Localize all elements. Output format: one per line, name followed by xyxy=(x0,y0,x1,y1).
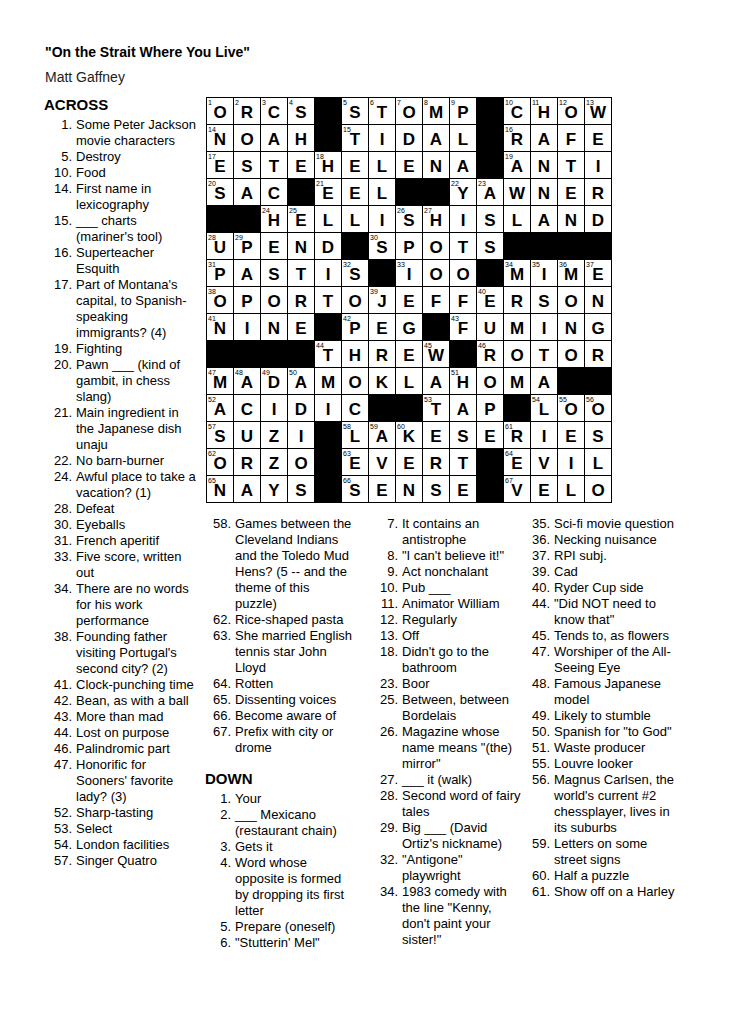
grid-cell[interactable]: E xyxy=(369,314,395,340)
grid-cell[interactable]: 58L xyxy=(342,422,368,448)
grid-cell[interactable]: A xyxy=(234,476,260,502)
across-clues-column: ACROSS 1.Some Peter Jackson movie charac… xyxy=(44,96,196,869)
grid-cell[interactable]: I xyxy=(369,125,395,151)
cell-letter: O xyxy=(207,455,233,472)
clue-text: Eyeballs xyxy=(76,517,196,533)
grid-cell[interactable]: E xyxy=(288,314,314,340)
clue-item: 5.Prepare (oneself) xyxy=(205,919,353,935)
clue-item: 43.More than mad xyxy=(44,709,196,725)
cell-letter: M xyxy=(504,374,530,391)
grid-cell[interactable]: S xyxy=(477,206,503,232)
grid-cell[interactable]: 41N xyxy=(207,314,233,340)
grid-cell[interactable]: H xyxy=(288,125,314,151)
clue-item: 6."Stutterin' Mel" xyxy=(205,935,353,951)
grid-cell[interactable]: T xyxy=(531,341,557,367)
grid-cell[interactable]: N xyxy=(558,206,584,232)
grid-cell[interactable]: S xyxy=(288,476,314,502)
grid-cell[interactable]: A xyxy=(423,125,449,151)
grid-cell[interactable]: E xyxy=(585,125,611,151)
grid-cell[interactable]: 31P xyxy=(207,260,233,286)
cell-letter: H xyxy=(288,131,314,148)
grid-cell[interactable]: 32S xyxy=(342,260,368,286)
cell-letter: S xyxy=(396,212,422,229)
clue-number: 38. xyxy=(44,629,72,677)
grid-cell[interactable]: O xyxy=(423,260,449,286)
grid-cell[interactable]: I xyxy=(261,395,287,421)
clue-text: Bean, as with a ball xyxy=(76,693,196,709)
grid-cell[interactable]: I xyxy=(558,449,584,475)
grid-cell[interactable]: E xyxy=(558,179,584,205)
clue-item: 26.Magazine whose name means "(the) mirr… xyxy=(374,724,522,772)
grid-cell[interactable]: 40E xyxy=(477,287,503,313)
grid-cell[interactable]: E xyxy=(396,287,422,313)
grid-cell[interactable]: A xyxy=(450,152,476,178)
grid-cell[interactable]: 38O xyxy=(207,287,233,313)
clue-text: Your xyxy=(235,791,353,807)
cell-letter: N xyxy=(207,131,233,148)
grid-cell[interactable]: T xyxy=(315,287,341,313)
cell-letter: E xyxy=(585,131,611,148)
grid-cell[interactable]: T xyxy=(288,260,314,286)
grid-cell[interactable]: 65N xyxy=(207,476,233,502)
grid-cell[interactable]: O xyxy=(504,341,530,367)
grid-cell[interactable]: I xyxy=(315,395,341,421)
black-cell xyxy=(315,422,341,448)
cell-letter: A xyxy=(369,428,395,445)
grid-cell[interactable]: 5S xyxy=(342,98,368,124)
grid-cell[interactable]: 29P xyxy=(234,233,260,259)
grid-cell[interactable]: I xyxy=(450,206,476,232)
grid-cell[interactable]: V xyxy=(369,449,395,475)
grid-cell[interactable]: N xyxy=(288,233,314,259)
grid-cell[interactable]: O xyxy=(423,233,449,259)
grid-cell[interactable]: S xyxy=(585,422,611,448)
grid-cell[interactable]: A xyxy=(423,368,449,394)
black-cell xyxy=(288,179,314,205)
grid-cell[interactable]: 37E xyxy=(585,260,611,286)
cell-letter: M xyxy=(558,266,584,283)
cell-letter: I xyxy=(261,401,287,418)
grid-cell[interactable]: 12O xyxy=(558,98,584,124)
grid-cell[interactable]: N xyxy=(531,179,557,205)
clue-number: 6. xyxy=(205,935,231,951)
clue-item: 47.Honorific for Sooners' favorite lady?… xyxy=(44,757,196,805)
clue-text: Some Peter Jackson movie characters xyxy=(76,117,196,149)
grid-cell[interactable]: Z xyxy=(261,449,287,475)
clue-item: 18.Didn't go to the bathroom xyxy=(374,644,522,676)
grid-cell[interactable]: 23A xyxy=(477,179,503,205)
grid-cell[interactable]: 62O xyxy=(207,449,233,475)
grid-cell[interactable]: R xyxy=(585,179,611,205)
clue-item: 27.___ it (walk) xyxy=(374,772,522,788)
grid-cell[interactable]: G xyxy=(585,314,611,340)
cell-letter: L xyxy=(558,482,584,499)
clue-number: 31. xyxy=(44,533,72,549)
grid-cell[interactable]: 48A xyxy=(234,368,260,394)
clue-text: Tends to, as flowers xyxy=(554,628,680,644)
grid-cell[interactable]: 7O xyxy=(396,98,422,124)
grid-cell[interactable]: T xyxy=(558,152,584,178)
clue-text: Worshiper of the All-Seeing Eye xyxy=(554,644,680,676)
grid-cell[interactable]: R xyxy=(234,449,260,475)
cell-letter: S xyxy=(342,104,368,121)
grid-cell[interactable]: O xyxy=(261,287,287,313)
grid-cell[interactable]: L xyxy=(450,125,476,151)
cell-letter: S xyxy=(234,158,260,175)
clue-number: 45. xyxy=(528,628,550,644)
grid-cell[interactable]: E xyxy=(558,422,584,448)
grid-cell[interactable]: 59A xyxy=(369,422,395,448)
cell-letter: O xyxy=(423,239,449,256)
grid-cell[interactable]: 10C xyxy=(504,98,530,124)
grid-cell[interactable]: 44T xyxy=(315,341,341,367)
grid-cell[interactable]: 39J xyxy=(369,287,395,313)
clue-number: 18. xyxy=(374,644,398,676)
grid-cell[interactable]: E xyxy=(531,476,557,502)
grid-cell[interactable]: D xyxy=(585,206,611,232)
clue-number: 1. xyxy=(205,791,231,807)
cell-letter: K xyxy=(369,374,395,391)
grid-cell[interactable]: N xyxy=(423,152,449,178)
grid-cell[interactable]: O xyxy=(288,449,314,475)
grid-cell[interactable]: I xyxy=(531,422,557,448)
clue-number: 3. xyxy=(205,839,231,855)
grid-cell[interactable]: N xyxy=(396,476,422,502)
grid-cell[interactable]: V xyxy=(531,449,557,475)
grid-cell[interactable]: O xyxy=(342,368,368,394)
cell-letter: E xyxy=(288,212,314,229)
clue-text: No barn-burner xyxy=(76,453,196,469)
grid-cell[interactable]: K xyxy=(369,368,395,394)
grid-cell[interactable]: N xyxy=(531,152,557,178)
grid-cell[interactable]: 53T xyxy=(423,395,449,421)
cell-letter: E xyxy=(369,482,395,499)
grid-cell[interactable]: D xyxy=(288,395,314,421)
clue-item: 5.Destroy xyxy=(44,149,196,165)
clue-text: She married English tennis star John Llo… xyxy=(235,628,353,676)
grid-cell[interactable]: 36M xyxy=(558,260,584,286)
grid-cell[interactable]: E xyxy=(342,179,368,205)
cell-letter: H xyxy=(531,104,557,121)
clue-number: 48. xyxy=(528,676,550,708)
cell-letter: A xyxy=(207,401,233,418)
clue-number: 64. xyxy=(205,676,231,692)
grid-cell[interactable]: 20S xyxy=(207,179,233,205)
grid-cell[interactable]: L xyxy=(396,368,422,394)
grid-cell[interactable]: C xyxy=(234,395,260,421)
grid-cell[interactable]: 26S xyxy=(396,206,422,232)
cell-letter: A xyxy=(450,401,476,418)
grid-cell[interactable]: M xyxy=(315,368,341,394)
clue-number: 32. xyxy=(374,852,398,884)
grid-cell[interactable]: O xyxy=(234,125,260,151)
grid-cell[interactable]: I xyxy=(234,314,260,340)
grid-cell[interactable]: 61R xyxy=(504,422,530,448)
black-cell xyxy=(234,341,260,367)
clue-text: Pawn ___ (kind of gambit, in chess slang… xyxy=(76,357,196,405)
black-cell xyxy=(585,368,611,394)
grid-cell[interactable]: 46R xyxy=(477,341,503,367)
grid-cell[interactable]: Z xyxy=(261,422,287,448)
grid-cell[interactable]: 57S xyxy=(207,422,233,448)
grid-cell[interactable]: 47M xyxy=(207,368,233,394)
grid-cell[interactable]: C xyxy=(342,395,368,421)
clue-item: 16.Superteacher Esquith xyxy=(44,245,196,277)
cell-letter: P xyxy=(396,239,422,256)
grid-cell[interactable]: N xyxy=(558,314,584,340)
grid-cell[interactable]: 55O xyxy=(558,395,584,421)
cell-letter: N xyxy=(261,320,287,337)
cell-letter: E xyxy=(342,185,368,202)
grid-cell[interactable]: R xyxy=(504,287,530,313)
across-clue-list-main: 1.Some Peter Jackson movie characters5.D… xyxy=(44,117,196,869)
grid-cell[interactable]: E xyxy=(396,341,422,367)
grid-cell[interactable]: E xyxy=(423,422,449,448)
black-cell xyxy=(369,260,395,286)
grid-cell[interactable]: 27H xyxy=(423,206,449,232)
clue-number: 66. xyxy=(205,708,231,724)
grid-cell[interactable]: R xyxy=(423,449,449,475)
clue-number: 10. xyxy=(44,165,72,181)
grid-cell[interactable]: S xyxy=(261,260,287,286)
grid-cell[interactable]: G xyxy=(396,314,422,340)
grid-cell[interactable]: 64E xyxy=(504,449,530,475)
grid-cell[interactable]: N xyxy=(261,314,287,340)
cell-letter: S xyxy=(585,428,611,445)
grid-cell[interactable]: S xyxy=(477,233,503,259)
grid-cell[interactable]: L xyxy=(369,179,395,205)
cell-letter: E xyxy=(369,320,395,337)
cell-letter: E xyxy=(477,293,503,310)
clue-item: 66.Become aware of xyxy=(205,708,353,724)
grid-cell[interactable]: 2R xyxy=(234,98,260,124)
clue-text: Pub ___ xyxy=(402,580,522,596)
grid-cell[interactable]: I xyxy=(315,260,341,286)
clue-item: 62.Rice-shaped pasta xyxy=(205,612,353,628)
grid-cell[interactable]: I xyxy=(288,422,314,448)
grid-cell[interactable]: R xyxy=(585,341,611,367)
grid-cell[interactable]: 19A xyxy=(504,152,530,178)
grid-cell[interactable]: A xyxy=(531,125,557,151)
grid-cell[interactable]: 1O xyxy=(207,98,233,124)
grid-cell[interactable]: W xyxy=(504,179,530,205)
grid-cell[interactable]: O xyxy=(585,476,611,502)
clue-number: 46. xyxy=(44,741,72,757)
cell-letter: N xyxy=(558,212,584,229)
grid-cell[interactable]: E xyxy=(342,152,368,178)
clue-item: 52.Sharp-tasting xyxy=(44,805,196,821)
black-cell xyxy=(477,476,503,502)
grid-cell[interactable]: S xyxy=(423,476,449,502)
grid-cell[interactable]: E xyxy=(288,152,314,178)
clue-text: ___ Mexicano (restaurant chain) xyxy=(235,807,353,839)
grid-cell[interactable]: E xyxy=(450,476,476,502)
grid-cell[interactable]: 25E xyxy=(288,206,314,232)
cell-letter: H xyxy=(261,212,287,229)
grid-cell[interactable]: 33I xyxy=(396,260,422,286)
clue-number: 43. xyxy=(44,709,72,725)
grid-cell[interactable]: 9P xyxy=(450,98,476,124)
clue-number: 5. xyxy=(205,919,231,935)
grid-cell[interactable]: 16R xyxy=(504,125,530,151)
clue-text: "I can't believe it!" xyxy=(402,548,522,564)
grid-cell[interactable]: A xyxy=(450,395,476,421)
grid-cell[interactable]: P xyxy=(234,287,260,313)
grid-cell[interactable]: 17E xyxy=(207,152,233,178)
clue-item: 36.Necking nuisance xyxy=(528,532,680,548)
grid-cell[interactable]: C xyxy=(261,179,287,205)
grid-cell[interactable]: L xyxy=(558,476,584,502)
grid-cell[interactable]: 13W xyxy=(585,98,611,124)
grid-cell[interactable]: 18H xyxy=(315,152,341,178)
grid-cell[interactable]: 66S xyxy=(342,476,368,502)
grid-cell[interactable]: F xyxy=(423,287,449,313)
grid-cell[interactable]: 63E xyxy=(342,449,368,475)
grid-cell[interactable]: E xyxy=(261,233,287,259)
grid-cell[interactable]: 34M xyxy=(504,260,530,286)
grid-cell[interactable]: U xyxy=(234,422,260,448)
grid-cell[interactable]: L xyxy=(369,152,395,178)
clue-text: Food xyxy=(76,165,196,181)
grid-cell[interactable]: 56O xyxy=(585,395,611,421)
grid-cell[interactable]: 3C xyxy=(261,98,287,124)
grid-cell[interactable]: I xyxy=(531,314,557,340)
grid-cell[interactable]: 15T xyxy=(342,125,368,151)
grid-cell[interactable]: 54L xyxy=(531,395,557,421)
grid-cell[interactable]: L xyxy=(342,206,368,232)
grid-cell[interactable]: Y xyxy=(261,476,287,502)
grid-cell[interactable]: P xyxy=(396,233,422,259)
cell-letter: O xyxy=(234,131,260,148)
grid-cell[interactable]: R xyxy=(288,287,314,313)
grid-cell[interactable]: 22Y xyxy=(450,179,476,205)
grid-cell[interactable]: 14N xyxy=(207,125,233,151)
grid-cell[interactable]: 21E xyxy=(315,179,341,205)
grid-cell[interactable]: T xyxy=(450,233,476,259)
clue-text: Cad xyxy=(554,564,680,580)
grid-cell[interactable]: 50A xyxy=(288,368,314,394)
grid-cell[interactable]: E xyxy=(477,422,503,448)
grid-cell[interactable]: 30S xyxy=(369,233,395,259)
grid-cell[interactable]: M xyxy=(504,314,530,340)
grid-cell[interactable]: 28U xyxy=(207,233,233,259)
grid-cell[interactable]: A xyxy=(234,179,260,205)
grid-cell[interactable]: 8M xyxy=(423,98,449,124)
grid-cell[interactable]: A xyxy=(261,125,287,151)
grid-cell[interactable]: E xyxy=(396,449,422,475)
grid-cell[interactable]: I xyxy=(585,152,611,178)
grid-cell[interactable]: S xyxy=(450,422,476,448)
grid-cell[interactable]: E xyxy=(369,476,395,502)
grid-cell[interactable]: 49D xyxy=(261,368,287,394)
clue-item: 34.There are no words for his work perfo… xyxy=(44,581,196,629)
clue-item: 19.Fighting xyxy=(44,341,196,357)
grid-cell[interactable]: N xyxy=(585,287,611,313)
black-cell xyxy=(477,125,503,151)
grid-cell[interactable]: L xyxy=(585,449,611,475)
grid-cell[interactable]: 35I xyxy=(531,260,557,286)
grid-cell[interactable]: U xyxy=(477,314,503,340)
grid-cell[interactable]: A xyxy=(234,260,260,286)
grid-cell[interactable]: T xyxy=(450,449,476,475)
cell-letter: O xyxy=(504,347,530,364)
clue-number: 49. xyxy=(528,708,550,724)
grid-cell[interactable]: A xyxy=(531,206,557,232)
clue-text: Letters on some street signs xyxy=(554,836,680,868)
grid-cell[interactable]: S xyxy=(234,152,260,178)
clue-text: Destroy xyxy=(76,149,196,165)
clue-item: 56.Magnus Carlsen, the world's current #… xyxy=(528,772,680,836)
grid-cell[interactable]: R xyxy=(369,341,395,367)
grid-cell[interactable]: F xyxy=(450,287,476,313)
grid-cell[interactable]: O xyxy=(477,368,503,394)
grid-cell[interactable]: D xyxy=(315,233,341,259)
grid-cell[interactable]: M xyxy=(504,368,530,394)
grid-cell[interactable]: O xyxy=(558,287,584,313)
grid-cell[interactable]: E xyxy=(396,152,422,178)
grid-cell[interactable]: 52A xyxy=(207,395,233,421)
grid-cell[interactable]: P xyxy=(477,395,503,421)
grid-cell[interactable]: A xyxy=(531,368,557,394)
grid-cell[interactable]: 4S xyxy=(288,98,314,124)
grid-cell[interactable]: 24H xyxy=(261,206,287,232)
cell-letter: T xyxy=(315,347,341,364)
clue-item: 29.Big ___ (David Ortiz's nickname) xyxy=(374,820,522,852)
grid-cell[interactable]: O xyxy=(450,260,476,286)
clue-item: 31.French aperitif xyxy=(44,533,196,549)
puzzle-byline: Matt Gaffney xyxy=(45,69,125,85)
grid-cell[interactable]: 6T xyxy=(369,98,395,124)
clue-number: 8. xyxy=(374,548,398,564)
clue-text: Main ingredient in the Japanese dish una… xyxy=(76,405,196,453)
cell-letter: N xyxy=(207,320,233,337)
grid-cell[interactable]: 67V xyxy=(504,476,530,502)
grid-cell[interactable]: 51H xyxy=(450,368,476,394)
grid-cell[interactable]: 45W xyxy=(423,341,449,367)
cell-letter: L xyxy=(504,212,530,229)
clue-number: 44. xyxy=(528,596,550,628)
clue-item: 55.Louvre looker xyxy=(528,756,680,772)
clue-number: 4. xyxy=(205,855,231,919)
cell-letter: I xyxy=(450,212,476,229)
grid-cell[interactable]: F xyxy=(558,125,584,151)
grid-cell[interactable]: 11H xyxy=(531,98,557,124)
clue-item: 32."Antigone" playwright xyxy=(374,852,522,884)
grid-cell[interactable]: D xyxy=(396,125,422,151)
grid-cell[interactable]: O xyxy=(342,287,368,313)
grid-cell[interactable]: 42P xyxy=(342,314,368,340)
grid-cell[interactable]: S xyxy=(531,287,557,313)
grid-cell[interactable]: 60K xyxy=(396,422,422,448)
cell-letter: O xyxy=(342,293,368,310)
clue-item: 44.Lost on purpose xyxy=(44,725,196,741)
grid-cell[interactable]: 43F xyxy=(450,314,476,340)
grid-cell[interactable]: H xyxy=(342,341,368,367)
cell-letter: E xyxy=(504,455,530,472)
clue-text: Sharp-tasting xyxy=(76,805,196,821)
grid-cell[interactable]: T xyxy=(261,152,287,178)
clue-item: 11.Animator William xyxy=(374,596,522,612)
clue-number: 51. xyxy=(528,740,550,756)
cell-letter: I xyxy=(531,320,557,337)
cell-letter: I xyxy=(531,428,557,445)
grid-cell[interactable]: L xyxy=(504,206,530,232)
grid-cell[interactable]: O xyxy=(558,341,584,367)
grid-cell[interactable]: I xyxy=(369,206,395,232)
cell-letter: O xyxy=(558,104,584,121)
cell-letter: A xyxy=(423,131,449,148)
grid-cell[interactable]: L xyxy=(315,206,341,232)
